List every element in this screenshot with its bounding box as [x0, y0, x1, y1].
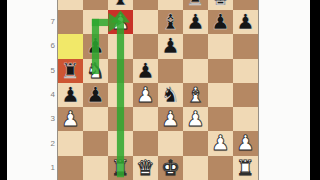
square-d8[interactable] — [133, 0, 158, 10]
square-a8[interactable] — [58, 0, 83, 10]
square-h2[interactable]: ♟ — [233, 131, 258, 155]
piece-white-pawn[interactable]: ♟ — [208, 131, 233, 155]
piece-white-pawn[interactable]: ♟ — [183, 107, 208, 131]
chess-board[interactable]: ♝♜♚♟♝♟♟♟♟♟♜♞♟♟♟♟♞♝♟♟♟♟♟♜♛♚♜ — [58, 0, 258, 180]
piece-black-pawn[interactable]: ♟ — [183, 10, 208, 34]
square-a1[interactable] — [58, 156, 83, 180]
rank-label-5: 5 — [43, 66, 55, 76]
square-d3[interactable] — [133, 107, 158, 131]
square-f5[interactable] — [183, 59, 208, 83]
square-f6[interactable] — [183, 34, 208, 58]
square-d6[interactable] — [133, 34, 158, 58]
piece-white-bishop[interactable]: ♝ — [183, 83, 208, 107]
piece-black-pawn[interactable]: ♟ — [83, 83, 108, 107]
square-g2[interactable]: ♟ — [208, 131, 233, 155]
square-b4[interactable]: ♟ — [83, 83, 108, 107]
piece-white-pawn[interactable]: ♟ — [133, 83, 158, 107]
square-f7[interactable]: ♟ — [183, 10, 208, 34]
square-h5[interactable] — [233, 59, 258, 83]
square-h3[interactable] — [233, 107, 258, 131]
square-c5[interactable] — [108, 59, 133, 83]
piece-black-pawn[interactable]: ♟ — [83, 34, 108, 58]
piece-white-king[interactable]: ♚ — [158, 156, 183, 180]
piece-white-queen[interactable]: ♛ — [133, 156, 158, 180]
square-f8[interactable]: ♜ — [183, 0, 208, 10]
letterbox-right — [310, 0, 320, 180]
square-d2[interactable] — [133, 131, 158, 155]
square-e2[interactable] — [158, 131, 183, 155]
piece-white-pawn[interactable]: ♟ — [108, 10, 133, 34]
piece-black-pawn[interactable]: ♟ — [58, 83, 83, 107]
square-e6[interactable]: ♟ — [158, 34, 183, 58]
square-a4[interactable]: ♟ — [58, 83, 83, 107]
rank-label-6: 6 — [43, 41, 55, 51]
rank-label-8: 8 — [43, 0, 55, 3]
rank-label-2: 2 — [43, 139, 55, 149]
square-e1[interactable]: ♚ — [158, 156, 183, 180]
square-f3[interactable]: ♟ — [183, 107, 208, 131]
square-f1[interactable] — [183, 156, 208, 180]
square-a5[interactable]: ♜ — [58, 59, 83, 83]
square-c4[interactable] — [108, 83, 133, 107]
square-g1[interactable] — [208, 156, 233, 180]
rank-label-4: 4 — [43, 90, 55, 100]
square-g6[interactable] — [208, 34, 233, 58]
square-a3[interactable]: ♟ — [58, 107, 83, 131]
square-a7[interactable] — [58, 10, 83, 34]
square-g5[interactable] — [208, 59, 233, 83]
square-d7[interactable] — [133, 10, 158, 34]
square-b1[interactable] — [83, 156, 108, 180]
piece-black-pawn[interactable]: ♟ — [158, 34, 183, 58]
piece-black-pawn[interactable]: ♟ — [133, 59, 158, 83]
piece-white-rook[interactable]: ♜ — [108, 156, 133, 180]
piece-black-rook[interactable]: ♜ — [183, 0, 208, 10]
square-g7[interactable]: ♟ — [208, 10, 233, 34]
square-a2[interactable] — [58, 131, 83, 155]
piece-white-knight[interactable]: ♞ — [83, 59, 108, 83]
square-g8[interactable]: ♚ — [208, 0, 233, 10]
square-b5[interactable]: ♞ — [83, 59, 108, 83]
piece-black-bishop[interactable]: ♝ — [158, 10, 183, 34]
square-d5[interactable]: ♟ — [133, 59, 158, 83]
piece-black-pawn[interactable]: ♟ — [208, 10, 233, 34]
square-c1[interactable]: ♜ — [108, 156, 133, 180]
rank-label-7: 7 — [43, 17, 55, 27]
square-e5[interactable] — [158, 59, 183, 83]
square-c7[interactable]: ♟ — [108, 10, 133, 34]
square-h6[interactable] — [233, 34, 258, 58]
piece-black-pawn[interactable]: ♟ — [233, 10, 258, 34]
piece-white-pawn[interactable]: ♟ — [158, 107, 183, 131]
rank-label-1: 1 — [43, 163, 55, 173]
square-h4[interactable] — [233, 83, 258, 107]
square-b3[interactable] — [83, 107, 108, 131]
piece-white-rook[interactable]: ♜ — [233, 156, 258, 180]
square-e3[interactable]: ♟ — [158, 107, 183, 131]
rank-label-3: 3 — [43, 114, 55, 124]
square-f4[interactable]: ♝ — [183, 83, 208, 107]
square-g3[interactable] — [208, 107, 233, 131]
square-c2[interactable] — [108, 131, 133, 155]
square-b2[interactable] — [83, 131, 108, 155]
piece-white-pawn[interactable]: ♟ — [233, 131, 258, 155]
square-b8[interactable] — [83, 0, 108, 10]
square-e7[interactable]: ♝ — [158, 10, 183, 34]
square-g4[interactable] — [208, 83, 233, 107]
piece-black-bishop[interactable]: ♝ — [108, 0, 133, 10]
rank-labels: 87654321 — [44, 0, 56, 180]
square-h7[interactable]: ♟ — [233, 10, 258, 34]
piece-white-pawn[interactable]: ♟ — [58, 107, 83, 131]
square-c3[interactable] — [108, 107, 133, 131]
piece-black-knight[interactable]: ♞ — [158, 83, 183, 107]
square-e8[interactable] — [158, 0, 183, 10]
square-d4[interactable]: ♟ — [133, 83, 158, 107]
square-d1[interactable]: ♛ — [133, 156, 158, 180]
piece-black-rook[interactable]: ♜ — [58, 59, 83, 83]
square-c6[interactable] — [108, 34, 133, 58]
square-a6[interactable] — [58, 34, 83, 58]
square-f2[interactable] — [183, 131, 208, 155]
letterbox-left — [0, 0, 7, 180]
square-e4[interactable]: ♞ — [158, 83, 183, 107]
square-h1[interactable]: ♜ — [233, 156, 258, 180]
square-c8[interactable]: ♝ — [108, 0, 133, 10]
square-h8[interactable] — [233, 0, 258, 10]
square-b6[interactable]: ♟ — [83, 34, 108, 58]
piece-black-king[interactable]: ♚ — [208, 0, 233, 10]
video-frame: 87654321 ♝♜♚♟♝♟♟♟♟♟♜♞♟♟♟♟♞♝♟♟♟♟♟♜♛♚♜ — [0, 0, 320, 180]
square-b7[interactable] — [83, 10, 108, 34]
